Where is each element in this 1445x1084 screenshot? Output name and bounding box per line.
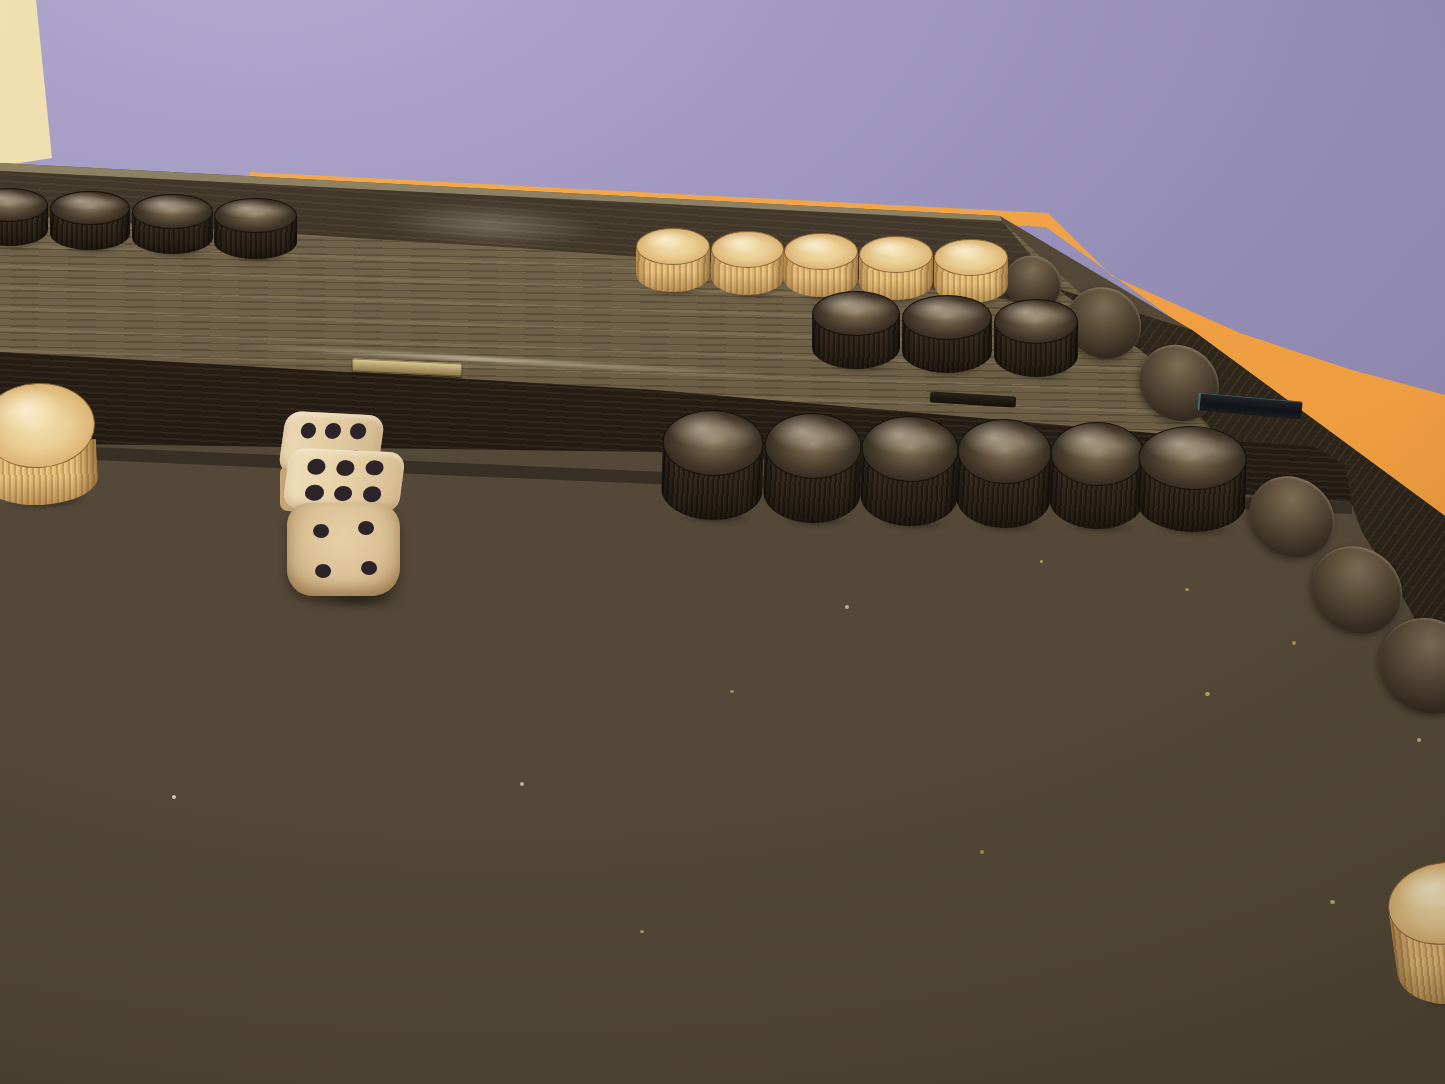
photo-stage [0, 0, 1445, 1084]
checker-dark[interactable] [1049, 421, 1146, 530]
dust-speck [520, 782, 524, 786]
checker-top [784, 233, 858, 270]
checker-top [711, 231, 784, 268]
checker-top [934, 239, 1008, 276]
dust-speck [1040, 560, 1043, 563]
dust-speck [640, 930, 644, 933]
checker-light[interactable] [636, 228, 710, 292]
checker-top [50, 191, 130, 225]
die-pip [324, 423, 342, 440]
checker-light[interactable] [784, 233, 858, 297]
checker-dark[interactable] [1137, 425, 1248, 534]
dust-speck [730, 690, 734, 693]
checker-dark[interactable] [812, 291, 900, 369]
checker-dark[interactable] [132, 194, 213, 254]
die-pip [361, 561, 377, 575]
dust-speck [1292, 641, 1296, 645]
checker-dark[interactable] [214, 198, 297, 259]
dust-speck [980, 850, 984, 854]
die-pip [362, 486, 383, 503]
dust-speck [1330, 900, 1335, 904]
dust-speck [172, 795, 176, 799]
dust-speck [1185, 588, 1189, 591]
die-pip [333, 485, 354, 502]
checker-top [132, 194, 213, 229]
checker-dark[interactable] [902, 295, 992, 373]
die-front[interactable] [286, 450, 404, 596]
die-pip [315, 564, 331, 578]
die-pip [313, 524, 329, 538]
checker-top [812, 291, 900, 336]
die-front-face [287, 503, 400, 596]
checker-light[interactable] [0, 380, 99, 508]
checker-dark[interactable] [994, 299, 1078, 377]
die-pip [349, 423, 367, 440]
dust-speck [1205, 692, 1210, 696]
checker-light[interactable] [711, 231, 784, 295]
checker-top [636, 228, 710, 265]
die-pip [359, 521, 375, 535]
dust-speck [1417, 738, 1421, 742]
die-pip [306, 459, 327, 476]
checker-dark[interactable] [860, 415, 960, 528]
die-pip [300, 422, 318, 439]
checker-dark[interactable] [661, 409, 765, 522]
checker-light[interactable] [934, 239, 1008, 303]
checker-top [994, 299, 1078, 344]
die-pip [335, 459, 356, 476]
checker-top [859, 236, 933, 273]
dust-speck [845, 605, 849, 609]
die-pip [364, 460, 385, 477]
checker-dark[interactable] [763, 412, 863, 525]
checker-dark[interactable] [956, 418, 1053, 529]
checker-dark[interactable] [50, 191, 130, 250]
die-pip [304, 485, 325, 502]
checker-top [902, 295, 992, 340]
checker-dark[interactable] [0, 188, 48, 246]
